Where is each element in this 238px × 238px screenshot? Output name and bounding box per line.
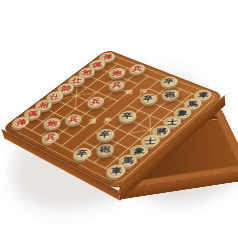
piece-character: 馬 xyxy=(188,100,198,107)
piece-character: 相 xyxy=(38,102,49,109)
piece-character: 傌 xyxy=(92,62,102,68)
piece-character: 傌 xyxy=(27,110,38,117)
piece-character: 卒 xyxy=(77,150,89,158)
piece-character: 兵 xyxy=(45,134,56,141)
piece-character: 砲 xyxy=(165,91,175,98)
piece-character: 卒 xyxy=(122,113,133,120)
piece-character: 象 xyxy=(178,109,188,116)
piece-character: 相 xyxy=(82,69,92,75)
board-top-face: 楚 河 漢 界 車馬象士將士象馬車砲砲卒卒卒卒卒兵兵兵兵兵炮炮俥傌相仕帥仕相傌俥 xyxy=(1,49,224,190)
piece-character: 俥 xyxy=(102,54,112,60)
piece-character: 車 xyxy=(198,92,208,99)
xiangqi-board: 楚 河 漢 界 車馬象士將士象馬車砲砲卒卒卒卒卒兵兵兵兵兵炮炮俥傌相仕帥仕相傌俥 xyxy=(1,49,224,190)
piece-character: 兵 xyxy=(112,82,122,89)
piece-character: 兵 xyxy=(90,98,101,105)
piece-character: 士 xyxy=(145,137,156,145)
piece-character: 馬 xyxy=(122,157,133,165)
piece-character: 兵 xyxy=(68,116,79,123)
piece-character: 象 xyxy=(134,147,145,155)
board-rotation-wrapper: 楚 河 漢 界 車馬象士將士象馬車砲砲卒卒卒卒卒兵兵兵兵兵炮炮俥傌相仕帥仕相傌俥 xyxy=(0,0,238,238)
piece-character: 仕 xyxy=(50,93,61,100)
piece-character: 炮 xyxy=(47,120,58,127)
piece-character: 砲 xyxy=(99,146,110,154)
piece-character: 仕 xyxy=(71,77,81,83)
product-photo-scene: 楚 河 漢 界 車馬象士將士象馬車砲砲卒卒卒卒卒兵兵兵兵兵炮炮俥傌相仕帥仕相傌俥 xyxy=(0,0,238,238)
piece-character: 炮 xyxy=(112,70,122,76)
piece-character: 將 xyxy=(156,128,167,136)
piece-character: 俥 xyxy=(15,119,26,126)
piece-character: 卒 xyxy=(164,78,174,85)
piece-character: 卒 xyxy=(144,95,154,102)
piece-character: 帥 xyxy=(61,85,71,92)
piece-character: 車 xyxy=(110,167,122,175)
piece-character: 卒 xyxy=(100,131,111,138)
piece-character: 兵 xyxy=(132,66,142,72)
piece-character: 士 xyxy=(167,118,178,125)
